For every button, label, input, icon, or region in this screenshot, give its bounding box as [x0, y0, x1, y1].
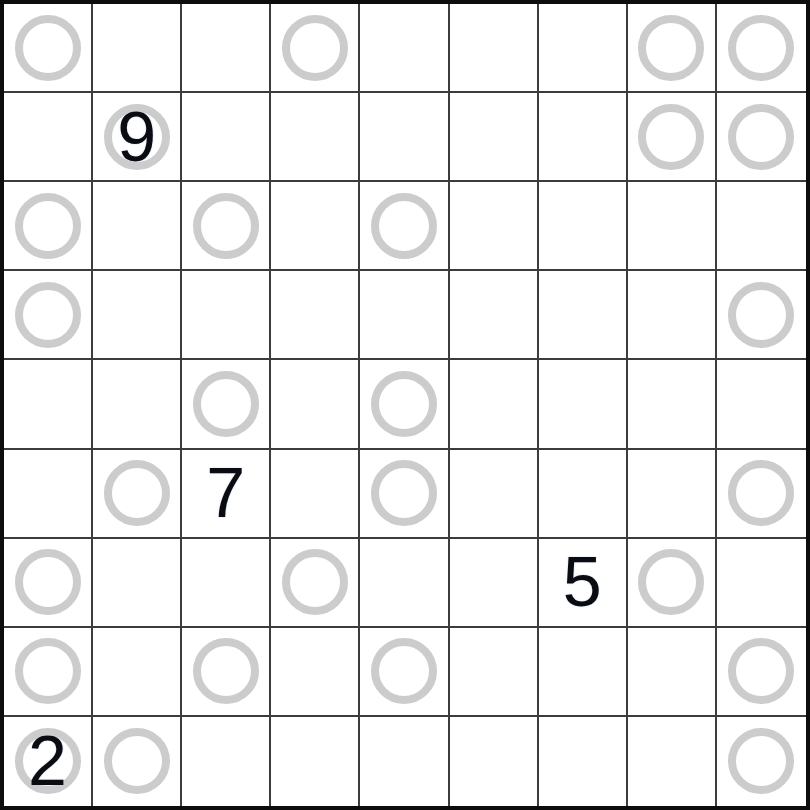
cell-r9c7[interactable]: [539, 717, 628, 806]
cell-r3c6[interactable]: [450, 182, 539, 271]
circle-mark: [193, 371, 259, 437]
cell-r6c5[interactable]: [360, 450, 449, 539]
cell-r6c4[interactable]: [271, 450, 360, 539]
cell-r2c3[interactable]: [182, 93, 271, 182]
cell-r2c6[interactable]: [450, 93, 539, 182]
cell-r1c9[interactable]: [717, 4, 806, 93]
cell-r1c6[interactable]: [450, 4, 539, 93]
circle-mark: [728, 728, 794, 794]
circle-mark: [728, 104, 794, 170]
circle-mark: [371, 193, 437, 259]
circle-mark: [193, 193, 259, 259]
cell-r4c6[interactable]: [450, 271, 539, 360]
circle-mark: [728, 282, 794, 348]
cell-r2c9[interactable]: [717, 93, 806, 182]
circle-mark: [638, 549, 704, 615]
circle-mark: [371, 638, 437, 704]
cell-r1c1[interactable]: [4, 4, 93, 93]
cell-r8c2[interactable]: [93, 628, 182, 717]
cell-r4c8[interactable]: [628, 271, 717, 360]
given-digit: 9: [117, 102, 156, 172]
cell-r9c5[interactable]: [360, 717, 449, 806]
circle-mark: [728, 638, 794, 704]
cell-r3c9[interactable]: [717, 182, 806, 271]
cell-r6c2[interactable]: [93, 450, 182, 539]
circle-mark: [104, 728, 170, 794]
cell-r2c5[interactable]: [360, 93, 449, 182]
cell-r3c2[interactable]: [93, 182, 182, 271]
cell-r3c7[interactable]: [539, 182, 628, 271]
circle-mark: [104, 460, 170, 526]
circle-mark: [282, 15, 348, 81]
circle-mark: [15, 15, 81, 81]
cell-r2c1[interactable]: [4, 93, 93, 182]
circle-mark: [193, 638, 259, 704]
cell-r1c5[interactable]: [360, 4, 449, 93]
cell-r8c8[interactable]: [628, 628, 717, 717]
cell-r9c1[interactable]: 2: [4, 717, 93, 806]
cell-r4c9[interactable]: [717, 271, 806, 360]
circle-mark: [15, 282, 81, 348]
cell-r7c4[interactable]: [271, 539, 360, 628]
cell-r3c1[interactable]: [4, 182, 93, 271]
cell-r1c7[interactable]: [539, 4, 628, 93]
circle-mark: [371, 460, 437, 526]
cell-r5c8[interactable]: [628, 360, 717, 449]
cell-r4c3[interactable]: [182, 271, 271, 360]
cell-r1c3[interactable]: [182, 4, 271, 93]
cell-r3c4[interactable]: [271, 182, 360, 271]
cell-r8c5[interactable]: [360, 628, 449, 717]
cell-r3c3[interactable]: [182, 182, 271, 271]
cell-r2c2[interactable]: 9: [93, 93, 182, 182]
cell-r1c4[interactable]: [271, 4, 360, 93]
cell-r8c9[interactable]: [717, 628, 806, 717]
cell-r9c6[interactable]: [450, 717, 539, 806]
circle-mark: [638, 15, 704, 81]
cell-r9c8[interactable]: [628, 717, 717, 806]
cell-r7c7[interactable]: 5: [539, 539, 628, 628]
circle-mark: [15, 193, 81, 259]
cell-r5c7[interactable]: [539, 360, 628, 449]
cell-r7c9[interactable]: [717, 539, 806, 628]
cell-r5c3[interactable]: [182, 360, 271, 449]
given-digit: 5: [563, 547, 602, 617]
puzzle-board: 9752: [0, 0, 810, 810]
cell-r9c9[interactable]: [717, 717, 806, 806]
cell-r8c3[interactable]: [182, 628, 271, 717]
circle-mark: [728, 15, 794, 81]
cell-r5c9[interactable]: [717, 360, 806, 449]
cell-r6c6[interactable]: [450, 450, 539, 539]
cell-r9c3[interactable]: [182, 717, 271, 806]
cell-r4c5[interactable]: [360, 271, 449, 360]
cell-r7c5[interactable]: [360, 539, 449, 628]
circle-mark: [15, 638, 81, 704]
circle-mark: [638, 104, 704, 170]
cell-r5c4[interactable]: [271, 360, 360, 449]
cell-r6c1[interactable]: [4, 450, 93, 539]
cell-r7c3[interactable]: [182, 539, 271, 628]
circle-mark: [371, 371, 437, 437]
cell-r6c9[interactable]: [717, 450, 806, 539]
cell-r6c7[interactable]: [539, 450, 628, 539]
cell-r4c7[interactable]: [539, 271, 628, 360]
cell-r7c1[interactable]: [4, 539, 93, 628]
cell-r1c2[interactable]: [93, 4, 182, 93]
cell-r6c8[interactable]: [628, 450, 717, 539]
cell-r7c6[interactable]: [450, 539, 539, 628]
cell-r3c5[interactable]: [360, 182, 449, 271]
cell-r6c3[interactable]: 7: [182, 450, 271, 539]
cell-r1c8[interactable]: [628, 4, 717, 93]
cell-r2c4[interactable]: [271, 93, 360, 182]
circle-mark: [15, 549, 81, 615]
cell-r7c2[interactable]: [93, 539, 182, 628]
cell-r2c7[interactable]: [539, 93, 628, 182]
cell-r4c4[interactable]: [271, 271, 360, 360]
given-digit: 2: [28, 726, 67, 796]
cell-r2c8[interactable]: [628, 93, 717, 182]
cell-r5c6[interactable]: [450, 360, 539, 449]
cell-r8c6[interactable]: [450, 628, 539, 717]
circle-mark: [728, 460, 794, 526]
cell-r7c8[interactable]: [628, 539, 717, 628]
cell-r9c2[interactable]: [93, 717, 182, 806]
cell-r5c1[interactable]: [4, 360, 93, 449]
cell-r8c1[interactable]: [4, 628, 93, 717]
cell-r8c4[interactable]: [271, 628, 360, 717]
cell-r5c5[interactable]: [360, 360, 449, 449]
cell-r8c7[interactable]: [539, 628, 628, 717]
cell-r9c4[interactable]: [271, 717, 360, 806]
circle-mark: [282, 549, 348, 615]
cell-r3c8[interactable]: [628, 182, 717, 271]
cell-r4c2[interactable]: [93, 271, 182, 360]
cell-r4c1[interactable]: [4, 271, 93, 360]
given-digit: 7: [206, 458, 245, 528]
cell-r5c2[interactable]: [93, 360, 182, 449]
